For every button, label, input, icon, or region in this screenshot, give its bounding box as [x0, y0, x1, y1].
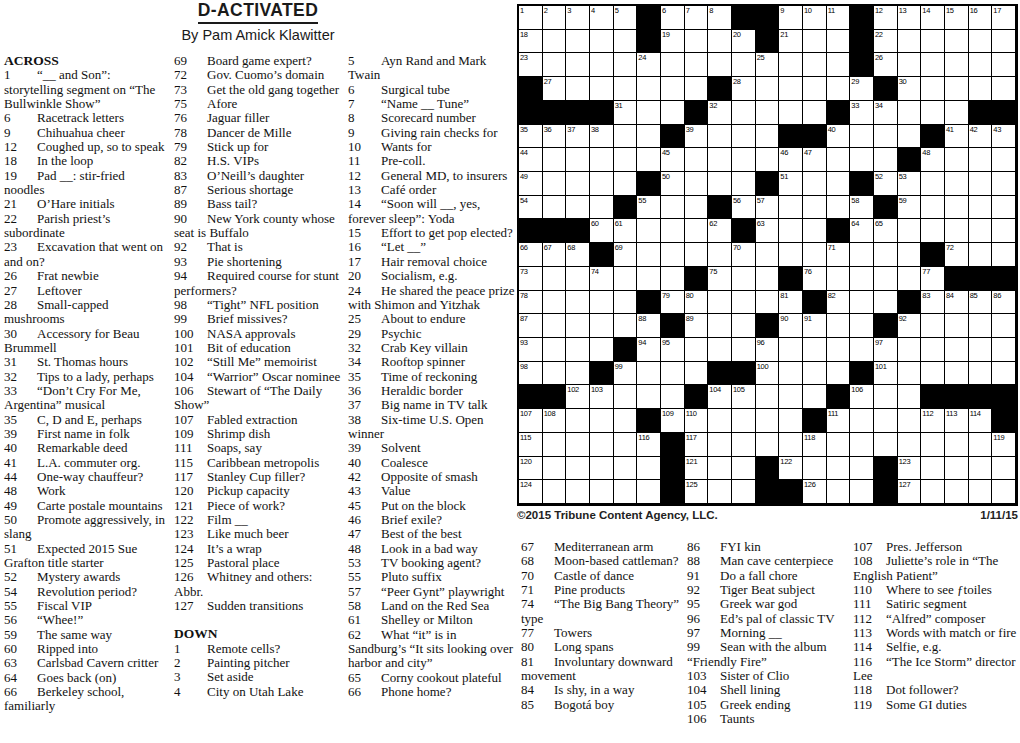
- grid-cell[interactable]: [992, 480, 1016, 504]
- grid-cell[interactable]: 87: [519, 314, 543, 338]
- grid-cell[interactable]: [708, 30, 732, 54]
- grid-cell[interactable]: 107: [519, 409, 543, 433]
- grid-cell[interactable]: [708, 172, 732, 196]
- grid-cell[interactable]: [898, 267, 922, 291]
- grid-cell[interactable]: 95: [661, 338, 685, 362]
- grid-cell[interactable]: [874, 267, 898, 291]
- grid-cell[interactable]: [921, 53, 945, 77]
- grid-cell[interactable]: [803, 457, 827, 481]
- grid-cell[interactable]: [614, 148, 638, 172]
- grid-cell[interactable]: 83: [921, 291, 945, 315]
- grid-cell[interactable]: [850, 267, 874, 291]
- grid-cell[interactable]: [590, 480, 614, 504]
- grid-cell[interactable]: [945, 219, 969, 243]
- grid-cell[interactable]: 122: [779, 457, 803, 481]
- grid-cell[interactable]: 10: [803, 6, 827, 30]
- grid-cell[interactable]: [661, 267, 685, 291]
- grid-cell[interactable]: [590, 172, 614, 196]
- grid-cell[interactable]: [543, 338, 567, 362]
- grid-cell[interactable]: 121: [685, 457, 709, 481]
- grid-cell[interactable]: [614, 457, 638, 481]
- grid-cell[interactable]: [732, 409, 756, 433]
- grid-cell[interactable]: [874, 409, 898, 433]
- grid-cell[interactable]: [921, 172, 945, 196]
- grid-cell[interactable]: 105: [732, 385, 756, 409]
- grid-cell[interactable]: 60: [590, 219, 614, 243]
- grid-cell[interactable]: 5: [614, 6, 638, 30]
- grid-cell[interactable]: [827, 77, 851, 101]
- grid-cell[interactable]: 37: [566, 125, 590, 149]
- grid-cell[interactable]: [898, 101, 922, 125]
- grid-cell[interactable]: [779, 219, 803, 243]
- grid-cell[interactable]: [898, 338, 922, 362]
- grid-cell[interactable]: [590, 77, 614, 101]
- grid-cell[interactable]: 96: [756, 338, 780, 362]
- grid-cell[interactable]: 2: [543, 6, 567, 30]
- grid-cell[interactable]: [969, 148, 993, 172]
- grid-cell[interactable]: 59: [898, 196, 922, 220]
- grid-cell[interactable]: [992, 196, 1016, 220]
- grid-cell[interactable]: [992, 172, 1016, 196]
- grid-cell[interactable]: [827, 433, 851, 457]
- grid-cell[interactable]: 127: [898, 480, 922, 504]
- grid-cell[interactable]: [827, 338, 851, 362]
- grid-cell[interactable]: 86: [992, 291, 1016, 315]
- grid-cell[interactable]: [566, 196, 590, 220]
- grid-cell[interactable]: [661, 101, 685, 125]
- grid-cell[interactable]: [969, 196, 993, 220]
- grid-cell[interactable]: [874, 385, 898, 409]
- grid-cell[interactable]: 68: [566, 243, 590, 267]
- grid-cell[interactable]: [874, 291, 898, 315]
- grid-cell[interactable]: [969, 362, 993, 386]
- grid-cell[interactable]: [614, 291, 638, 315]
- grid-cell[interactable]: 110: [685, 409, 709, 433]
- grid-cell[interactable]: 18: [519, 30, 543, 54]
- grid-cell[interactable]: 55: [637, 196, 661, 220]
- grid-cell[interactable]: [850, 409, 874, 433]
- grid-cell[interactable]: [566, 77, 590, 101]
- grid-cell[interactable]: 32: [708, 101, 732, 125]
- grid-cell[interactable]: 56: [732, 196, 756, 220]
- grid-cell[interactable]: [945, 196, 969, 220]
- grid-cell[interactable]: [661, 196, 685, 220]
- grid-cell[interactable]: [708, 314, 732, 338]
- grid-cell[interactable]: 93: [519, 338, 543, 362]
- grid-cell[interactable]: [779, 243, 803, 267]
- grid-cell[interactable]: 112: [921, 409, 945, 433]
- grid-cell[interactable]: [732, 267, 756, 291]
- grid-cell[interactable]: 113: [945, 409, 969, 433]
- grid-cell[interactable]: [590, 30, 614, 54]
- grid-cell[interactable]: 108: [543, 409, 567, 433]
- grid-cell[interactable]: [803, 101, 827, 125]
- grid-cell[interactable]: 17: [992, 6, 1016, 30]
- grid-cell[interactable]: 42: [969, 125, 993, 149]
- grid-cell[interactable]: [543, 172, 567, 196]
- grid-cell[interactable]: [921, 30, 945, 54]
- grid-cell[interactable]: [969, 219, 993, 243]
- grid-cell[interactable]: [921, 362, 945, 386]
- grid-cell[interactable]: [874, 243, 898, 267]
- grid-cell[interactable]: [708, 53, 732, 77]
- grid-cell[interactable]: 100: [756, 362, 780, 386]
- grid-cell[interactable]: [850, 338, 874, 362]
- grid-cell[interactable]: [590, 314, 614, 338]
- grid-cell[interactable]: [708, 148, 732, 172]
- grid-cell[interactable]: [969, 172, 993, 196]
- grid-cell[interactable]: [945, 433, 969, 457]
- grid-cell[interactable]: [685, 148, 709, 172]
- grid-cell[interactable]: [921, 219, 945, 243]
- grid-cell[interactable]: [827, 148, 851, 172]
- grid-cell[interactable]: [898, 243, 922, 267]
- grid-cell[interactable]: 103: [590, 385, 614, 409]
- grid-cell[interactable]: [898, 125, 922, 149]
- grid-cell[interactable]: 78: [519, 291, 543, 315]
- grid-cell[interactable]: 120: [519, 457, 543, 481]
- grid-cell[interactable]: 35: [519, 125, 543, 149]
- grid-cell[interactable]: [945, 77, 969, 101]
- grid-cell[interactable]: [614, 480, 638, 504]
- grid-cell[interactable]: [803, 77, 827, 101]
- grid-cell[interactable]: [779, 385, 803, 409]
- grid-cell[interactable]: 4: [590, 6, 614, 30]
- grid-cell[interactable]: [590, 433, 614, 457]
- grid-cell[interactable]: [898, 362, 922, 386]
- grid-cell[interactable]: [614, 125, 638, 149]
- grid-cell[interactable]: [827, 30, 851, 54]
- grid-cell[interactable]: [543, 291, 567, 315]
- grid-cell[interactable]: [543, 30, 567, 54]
- grid-cell[interactable]: [827, 480, 851, 504]
- grid-cell[interactable]: 49: [519, 172, 543, 196]
- grid-cell[interactable]: 72: [945, 243, 969, 267]
- grid-cell[interactable]: [921, 457, 945, 481]
- grid-cell[interactable]: [566, 148, 590, 172]
- grid-cell[interactable]: [566, 362, 590, 386]
- grid-cell[interactable]: [969, 338, 993, 362]
- grid-cell[interactable]: [898, 433, 922, 457]
- grid-cell[interactable]: [566, 480, 590, 504]
- grid-cell[interactable]: 89: [685, 314, 709, 338]
- grid-cell[interactable]: [827, 172, 851, 196]
- grid-cell[interactable]: [850, 243, 874, 267]
- grid-cell[interactable]: [566, 457, 590, 481]
- grid-cell[interactable]: 85: [969, 291, 993, 315]
- grid-cell[interactable]: [898, 30, 922, 54]
- grid-cell[interactable]: [992, 77, 1016, 101]
- grid-cell[interactable]: 71: [827, 243, 851, 267]
- grid-cell[interactable]: [543, 457, 567, 481]
- grid-cell[interactable]: [803, 196, 827, 220]
- grid-cell[interactable]: [708, 338, 732, 362]
- grid-cell[interactable]: 51: [779, 172, 803, 196]
- grid-cell[interactable]: [992, 457, 1016, 481]
- grid-cell[interactable]: [850, 291, 874, 315]
- grid-cell[interactable]: [945, 30, 969, 54]
- grid-cell[interactable]: 81: [779, 291, 803, 315]
- grid-cell[interactable]: [803, 53, 827, 77]
- grid-cell[interactable]: [543, 53, 567, 77]
- grid-cell[interactable]: [708, 291, 732, 315]
- grid-cell[interactable]: 40: [827, 125, 851, 149]
- grid-cell[interactable]: [590, 291, 614, 315]
- grid-cell[interactable]: 9: [779, 6, 803, 30]
- grid-cell[interactable]: 33: [850, 101, 874, 125]
- grid-cell[interactable]: [827, 267, 851, 291]
- grid-cell[interactable]: 69: [614, 243, 638, 267]
- grid-cell[interactable]: 75: [708, 267, 732, 291]
- grid-cell[interactable]: 88: [637, 314, 661, 338]
- grid-cell[interactable]: [637, 219, 661, 243]
- grid-cell[interactable]: [614, 172, 638, 196]
- grid-cell[interactable]: 15: [945, 6, 969, 30]
- grid-cell[interactable]: [708, 409, 732, 433]
- grid-cell[interactable]: 36: [543, 125, 567, 149]
- grid-cell[interactable]: [685, 30, 709, 54]
- grid-cell[interactable]: [637, 125, 661, 149]
- grid-cell[interactable]: 117: [685, 433, 709, 457]
- grid-cell[interactable]: 115: [519, 433, 543, 457]
- grid-cell[interactable]: [992, 338, 1016, 362]
- grid-cell[interactable]: 20: [732, 30, 756, 54]
- grid-cell[interactable]: [732, 338, 756, 362]
- grid-cell[interactable]: 26: [874, 53, 898, 77]
- grid-cell[interactable]: [614, 385, 638, 409]
- grid-cell[interactable]: [756, 385, 780, 409]
- grid-cell[interactable]: [732, 101, 756, 125]
- grid-cell[interactable]: [850, 480, 874, 504]
- grid-cell[interactable]: [945, 148, 969, 172]
- grid-cell[interactable]: 104: [708, 385, 732, 409]
- grid-cell[interactable]: [661, 243, 685, 267]
- grid-cell[interactable]: [732, 148, 756, 172]
- grid-cell[interactable]: 79: [661, 291, 685, 315]
- grid-cell[interactable]: 74: [590, 267, 614, 291]
- grid-cell[interactable]: 25: [756, 53, 780, 77]
- grid-cell[interactable]: [543, 148, 567, 172]
- grid-cell[interactable]: [614, 433, 638, 457]
- grid-cell[interactable]: [779, 53, 803, 77]
- grid-cell[interactable]: [945, 457, 969, 481]
- grid-cell[interactable]: [637, 362, 661, 386]
- grid-cell[interactable]: [945, 101, 969, 125]
- grid-cell[interactable]: 92: [898, 314, 922, 338]
- grid-cell[interactable]: [685, 53, 709, 77]
- grid-cell[interactable]: [590, 53, 614, 77]
- grid-cell[interactable]: [992, 362, 1016, 386]
- grid-cell[interactable]: 52: [874, 172, 898, 196]
- grid-cell[interactable]: [543, 196, 567, 220]
- grid-cell[interactable]: 119: [992, 433, 1016, 457]
- grid-cell[interactable]: 58: [850, 196, 874, 220]
- grid-cell[interactable]: 118: [803, 433, 827, 457]
- grid-cell[interactable]: [637, 385, 661, 409]
- grid-cell[interactable]: [637, 267, 661, 291]
- grid-cell[interactable]: [992, 148, 1016, 172]
- grid-cell[interactable]: [827, 457, 851, 481]
- grid-cell[interactable]: 80: [685, 291, 709, 315]
- grid-cell[interactable]: [850, 148, 874, 172]
- grid-cell[interactable]: [779, 433, 803, 457]
- grid-cell[interactable]: [566, 338, 590, 362]
- grid-cell[interactable]: [685, 243, 709, 267]
- grid-cell[interactable]: [590, 338, 614, 362]
- grid-cell[interactable]: [566, 267, 590, 291]
- grid-cell[interactable]: [543, 433, 567, 457]
- grid-cell[interactable]: [827, 314, 851, 338]
- grid-cell[interactable]: [685, 77, 709, 101]
- grid-cell[interactable]: 61: [614, 219, 638, 243]
- grid-cell[interactable]: [756, 125, 780, 149]
- grid-cell[interactable]: 43: [992, 125, 1016, 149]
- grid-cell[interactable]: 70: [732, 243, 756, 267]
- grid-cell[interactable]: 46: [779, 148, 803, 172]
- grid-cell[interactable]: 66: [519, 243, 543, 267]
- grid-cell[interactable]: 12: [874, 6, 898, 30]
- grid-cell[interactable]: 124: [519, 480, 543, 504]
- grid-cell[interactable]: 57: [756, 196, 780, 220]
- grid-cell[interactable]: [543, 267, 567, 291]
- grid-cell[interactable]: [637, 101, 661, 125]
- grid-cell[interactable]: [732, 314, 756, 338]
- grid-cell[interactable]: [921, 101, 945, 125]
- grid-cell[interactable]: [803, 219, 827, 243]
- grid-cell[interactable]: [756, 101, 780, 125]
- grid-cell[interactable]: [543, 314, 567, 338]
- grid-cell[interactable]: [969, 30, 993, 54]
- grid-cell[interactable]: [685, 172, 709, 196]
- grid-cell[interactable]: 14: [921, 6, 945, 30]
- grid-cell[interactable]: [779, 77, 803, 101]
- grid-cell[interactable]: 21: [779, 30, 803, 54]
- grid-cell[interactable]: [850, 125, 874, 149]
- grid-cell[interactable]: [637, 77, 661, 101]
- grid-cell[interactable]: [969, 77, 993, 101]
- grid-cell[interactable]: [969, 433, 993, 457]
- grid-cell[interactable]: [779, 101, 803, 125]
- grid-cell[interactable]: [732, 433, 756, 457]
- grid-cell[interactable]: 94: [637, 338, 661, 362]
- grid-cell[interactable]: [614, 30, 638, 54]
- grid-cell[interactable]: [661, 77, 685, 101]
- grid-cell[interactable]: [732, 172, 756, 196]
- grid-cell[interactable]: 16: [969, 6, 993, 30]
- grid-cell[interactable]: [779, 409, 803, 433]
- grid-cell[interactable]: 34: [874, 101, 898, 125]
- grid-cell[interactable]: [614, 314, 638, 338]
- grid-cell[interactable]: 29: [850, 77, 874, 101]
- grid-cell[interactable]: [614, 267, 638, 291]
- grid-cell[interactable]: [756, 267, 780, 291]
- grid-cell[interactable]: [566, 172, 590, 196]
- grid-cell[interactable]: [614, 77, 638, 101]
- grid-cell[interactable]: [708, 243, 732, 267]
- grid-cell[interactable]: 106: [850, 385, 874, 409]
- grid-cell[interactable]: [732, 125, 756, 149]
- grid-cell[interactable]: 1: [519, 6, 543, 30]
- grid-cell[interactable]: 8: [708, 6, 732, 30]
- grid-cell[interactable]: [803, 243, 827, 267]
- grid-cell[interactable]: [969, 314, 993, 338]
- grid-cell[interactable]: 62: [708, 219, 732, 243]
- grid-cell[interactable]: [614, 409, 638, 433]
- grid-cell[interactable]: 84: [945, 291, 969, 315]
- grid-cell[interactable]: 126: [803, 480, 827, 504]
- grid-cell[interactable]: 11: [827, 6, 851, 30]
- grid-cell[interactable]: 54: [519, 196, 543, 220]
- grid-cell[interactable]: 123: [898, 457, 922, 481]
- grid-cell[interactable]: [850, 314, 874, 338]
- grid-cell[interactable]: [850, 457, 874, 481]
- grid-cell[interactable]: 47: [803, 148, 827, 172]
- grid-cell[interactable]: 82: [827, 291, 851, 315]
- grid-cell[interactable]: 7: [685, 6, 709, 30]
- grid-cell[interactable]: [803, 172, 827, 196]
- grid-cell[interactable]: [756, 409, 780, 433]
- grid-cell[interactable]: [590, 409, 614, 433]
- grid-cell[interactable]: 125: [685, 480, 709, 504]
- grid-cell[interactable]: [992, 314, 1016, 338]
- grid-cell[interactable]: [590, 148, 614, 172]
- grid-cell[interactable]: 41: [945, 125, 969, 149]
- grid-cell[interactable]: 63: [756, 219, 780, 243]
- grid-cell[interactable]: [566, 433, 590, 457]
- grid-cell[interactable]: [803, 338, 827, 362]
- grid-cell[interactable]: 22: [874, 30, 898, 54]
- grid-cell[interactable]: [566, 409, 590, 433]
- grid-cell[interactable]: [992, 219, 1016, 243]
- grid-cell[interactable]: 44: [519, 148, 543, 172]
- grid-cell[interactable]: [661, 385, 685, 409]
- grid-cell[interactable]: [732, 480, 756, 504]
- grid-cell[interactable]: [685, 219, 709, 243]
- grid-cell[interactable]: [637, 243, 661, 267]
- grid-cell[interactable]: [732, 291, 756, 315]
- grid-cell[interactable]: [661, 53, 685, 77]
- grid-cell[interactable]: 53: [898, 172, 922, 196]
- grid-cell[interactable]: 109: [661, 409, 685, 433]
- grid-cell[interactable]: [756, 77, 780, 101]
- grid-cell[interactable]: 99: [614, 362, 638, 386]
- grid-cell[interactable]: [969, 243, 993, 267]
- grid-cell[interactable]: 45: [661, 148, 685, 172]
- grid-cell[interactable]: [756, 243, 780, 267]
- grid-cell[interactable]: [945, 314, 969, 338]
- grid-cell[interactable]: 102: [566, 385, 590, 409]
- grid-cell[interactable]: [945, 480, 969, 504]
- grid-cell[interactable]: [992, 30, 1016, 54]
- grid-cell[interactable]: 116: [637, 433, 661, 457]
- grid-cell[interactable]: [992, 243, 1016, 267]
- grid-cell[interactable]: [803, 30, 827, 54]
- grid-cell[interactable]: [803, 385, 827, 409]
- grid-cell[interactable]: [850, 433, 874, 457]
- grid-cell[interactable]: [566, 53, 590, 77]
- grid-cell[interactable]: [969, 480, 993, 504]
- grid-cell[interactable]: [992, 53, 1016, 77]
- grid-cell[interactable]: [945, 172, 969, 196]
- grid-cell[interactable]: 23: [519, 53, 543, 77]
- grid-cell[interactable]: [708, 457, 732, 481]
- grid-cell[interactable]: 101: [874, 362, 898, 386]
- grid-cell[interactable]: [779, 338, 803, 362]
- grid-cell[interactable]: [756, 433, 780, 457]
- grid-cell[interactable]: 50: [661, 172, 685, 196]
- grid-cell[interactable]: [566, 30, 590, 54]
- grid-cell[interactable]: [566, 291, 590, 315]
